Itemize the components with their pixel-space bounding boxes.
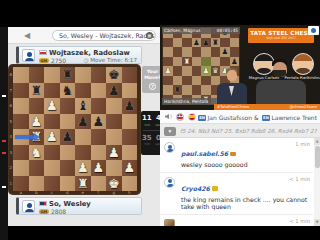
nav-strip-tick xyxy=(2,186,6,188)
square-e6[interactable]: ♝ xyxy=(75,98,91,114)
tata-logo-title: TATA STEEL CHESS xyxy=(248,30,314,36)
boards-menu-icon[interactable]: ▦ xyxy=(146,32,153,39)
white-p-e2[interactable]: ♟ xyxy=(75,160,91,176)
square-c2[interactable] xyxy=(44,160,60,176)
video-square-a4: ♟ xyxy=(163,66,173,76)
white-k-g1[interactable]: ♚ xyxy=(106,176,122,192)
black-r-b7[interactable]: ♜ xyxy=(29,83,45,99)
video-square-b5 xyxy=(173,57,183,67)
black-p-f5[interactable]: ♟ xyxy=(91,114,107,130)
gm-title-badge: GM xyxy=(39,209,49,214)
square-g1[interactable]: ♚ xyxy=(106,176,122,192)
tata-steel-logo: TATA STEEL CHESS WIJK AAN ZEE 2017 xyxy=(248,28,314,43)
black-n-d7[interactable]: ♞ xyxy=(60,83,76,99)
video-piece-br-b2: ♜ xyxy=(173,85,183,95)
speaker-wave-icon: ) xyxy=(170,113,172,119)
square-g5[interactable] xyxy=(106,114,122,130)
usa-flag-icon xyxy=(39,201,47,206)
nav-strip-tick xyxy=(2,95,6,97)
chat-timestamp: 1 min xyxy=(295,141,310,147)
video-square-c3 xyxy=(182,76,192,86)
nav-strip-tick xyxy=(2,152,6,154)
white-p-g3[interactable]: ♟ xyxy=(106,145,122,161)
chat-user-flag-badge xyxy=(230,152,236,157)
white-p-h2[interactable]: ♟ xyxy=(122,160,138,176)
last-move-arrow-head xyxy=(34,133,40,141)
white-p-c6[interactable]: ♟ xyxy=(44,98,60,114)
chat-username[interactable]: paul.sabel.56 xyxy=(181,150,228,157)
video-square-a6 xyxy=(163,47,173,57)
square-a3[interactable] xyxy=(13,145,29,161)
chat-message: 1 minpaul.sabel.56wesley soooo gooood xyxy=(160,138,313,173)
video-piece-bp-g6: ♟ xyxy=(220,47,230,57)
notation-bar: ▾ f5 24. Nb3 Nd7 25. Bxb7 Rdb8 26. Rxd4 … xyxy=(160,124,320,138)
commentator-name-1: Jan Gustafsson & xyxy=(207,114,258,121)
square-b3[interactable]: ♞ xyxy=(29,145,45,161)
commentator-names: ENJan Gustafsson & ENLawrence Trent xyxy=(197,114,317,122)
video-top-player: Carlsen, Magnus xyxy=(164,28,200,33)
square-a7[interactable] xyxy=(13,83,29,99)
scroll-down-icon[interactable]: ▼ xyxy=(314,219,320,226)
video-square-b7 xyxy=(173,38,183,48)
square-c5[interactable] xyxy=(44,114,60,130)
video-square-f7: ♜ xyxy=(211,38,221,48)
square-e4[interactable] xyxy=(75,129,91,145)
square-b2[interactable] xyxy=(29,160,45,176)
square-c4[interactable]: ♟ xyxy=(44,129,60,145)
square-b5[interactable]: ♟ xyxy=(29,114,45,130)
square-b1[interactable] xyxy=(29,176,45,192)
video-square-g6: ♟ xyxy=(220,47,230,57)
video-square-c2 xyxy=(182,85,192,95)
video-piece-bp-h5: ♟ xyxy=(230,57,240,67)
white-n-b3[interactable]: ♞ xyxy=(29,145,45,161)
video-piece-wr-c5: ♜ xyxy=(182,57,192,67)
black-player-name: Wojtaszek, Radoslaw xyxy=(49,49,130,57)
video-square-d3 xyxy=(192,76,202,86)
square-a1[interactable] xyxy=(13,176,29,192)
square-g3[interactable]: ♟ xyxy=(106,145,122,161)
square-h4[interactable] xyxy=(122,129,138,145)
square-d1[interactable] xyxy=(60,176,76,192)
white-r-e1[interactable]: ♜ xyxy=(75,176,91,192)
chat-user-avatar xyxy=(164,177,175,188)
chat-user-avatar xyxy=(164,219,175,227)
square-e8[interactable] xyxy=(75,67,91,83)
video-square-b2: ♜ xyxy=(173,85,183,95)
square-e1[interactable]: ♜ xyxy=(75,176,91,192)
square-h8[interactable] xyxy=(122,67,138,83)
square-c3[interactable] xyxy=(44,145,60,161)
video-piece-bp-d7: ♟ xyxy=(192,38,202,48)
square-f5[interactable]: ♟ xyxy=(91,114,107,130)
video-square-b6 xyxy=(173,47,183,57)
file-labels: abcdefgh xyxy=(13,191,137,195)
video-square-a7 xyxy=(163,38,173,48)
video-square-e3 xyxy=(201,76,211,86)
chat-messages: 1 minpaul.sabel.56wesley soooo gooood < … xyxy=(160,138,313,226)
video-square-c7 xyxy=(182,38,192,48)
video-square-a3 xyxy=(163,76,173,86)
video-square-c4 xyxy=(182,66,192,76)
english-audio-flag[interactable] xyxy=(176,113,184,121)
chat-user-flag-badge xyxy=(212,186,218,191)
clock-bottom-min: 35 xyxy=(142,134,152,142)
video-square-c5: ♜ xyxy=(182,57,192,67)
square-c7[interactable] xyxy=(44,83,60,99)
en-badge-icon: EN xyxy=(198,115,207,121)
square-h2[interactable]: ♟ xyxy=(122,160,138,176)
video-square-a5 xyxy=(163,57,173,67)
chat-text: wesley soooo gooood xyxy=(181,161,310,169)
black-player-rating: 2750 xyxy=(51,57,66,64)
square-d3[interactable] xyxy=(60,145,76,161)
white-p-f2[interactable]: ♟ xyxy=(91,160,107,176)
black-k-g8[interactable]: ♚ xyxy=(106,67,122,83)
video-square-f6 xyxy=(211,47,221,57)
white-p-c4[interactable]: ♟ xyxy=(44,129,60,145)
unit-min-bottom: min xyxy=(145,142,151,146)
square-d2[interactable] xyxy=(60,160,76,176)
video-square-h5: ♟ xyxy=(230,57,240,67)
square-f7[interactable] xyxy=(91,83,107,99)
video-square-g5 xyxy=(220,57,230,67)
square-h6[interactable]: ♟ xyxy=(122,98,138,114)
nav-strip-tick xyxy=(2,140,6,142)
square-h7[interactable] xyxy=(122,83,138,99)
video-square-e2 xyxy=(201,85,211,95)
square-a6[interactable] xyxy=(13,98,29,114)
square-g4[interactable] xyxy=(106,129,122,145)
square-g7[interactable]: ♟ xyxy=(106,83,122,99)
chat-message: < 1 minCryo426the king remains in check … xyxy=(160,173,313,215)
white-player-rating: 2808 xyxy=(51,208,66,215)
chat-timestamp: < 1 min xyxy=(289,218,310,224)
white-p-b5[interactable]: ♟ xyxy=(29,114,45,130)
square-b6[interactable] xyxy=(29,98,45,114)
video-square-g7 xyxy=(220,38,230,48)
square-h1[interactable] xyxy=(122,176,138,192)
square-e7[interactable] xyxy=(75,83,91,99)
black-b-e6[interactable]: ♝ xyxy=(75,98,91,114)
video-square-e5 xyxy=(201,57,211,67)
main-chessboard: 87654321 ♜♚♜♞♟♟♝♟♟♟♟♜♟♟♞♟♟♟♟♜♚ abcdefgh xyxy=(8,64,141,195)
audio-controls-bar: ) ENJan Gustafsson & ENLawrence Trent xyxy=(160,110,320,124)
square-f3[interactable] xyxy=(91,145,107,161)
unit-min-top: min xyxy=(145,123,151,127)
move-time-clock-icon: ◷ xyxy=(84,57,89,63)
video-top-clock: 00:01:45 xyxy=(217,27,238,34)
player-card-black: Wojtaszek, Radoslaw GM2750 ◷ Move Time: … xyxy=(16,46,142,64)
square-f6[interactable] xyxy=(91,98,107,114)
video-bottom-player: Harikrishna, Pentala xyxy=(164,99,208,104)
video-piece-wp-e4: ♟ xyxy=(201,66,211,76)
video-square-d7: ♟ xyxy=(192,38,202,48)
video-square-h6 xyxy=(230,47,240,57)
square-f8[interactable] xyxy=(91,67,107,83)
tata-logo-subtitle: WIJK AAN ZEE 2017 xyxy=(248,36,314,40)
square-b8[interactable] xyxy=(29,67,45,83)
black-p-e5[interactable]: ♟ xyxy=(75,114,91,130)
square-b7[interactable]: ♜ xyxy=(29,83,45,99)
player-card-white: So, Wesley GM2808 xyxy=(16,197,142,215)
gm-title-badge: GM xyxy=(39,58,49,63)
square-d6[interactable] xyxy=(60,98,76,114)
chat-username[interactable]: Cryo426 xyxy=(181,185,210,192)
question-icon: ? xyxy=(149,83,156,90)
square-f2[interactable]: ♟ xyxy=(91,160,107,176)
games-nav-strip[interactable] xyxy=(0,27,8,240)
square-d4[interactable]: ♟ xyxy=(60,129,76,145)
video-square-d6 xyxy=(192,47,202,57)
square-a5[interactable] xyxy=(13,114,29,130)
video-stream[interactable]: ♚♟♟♜♟♜♟♟♟♛♟♜♜♚ Carlsen, Magnus 00:01:45 … xyxy=(160,25,320,110)
video-square-b3 xyxy=(173,76,183,86)
square-g6[interactable] xyxy=(106,98,122,114)
square-h3[interactable] xyxy=(122,145,138,161)
notation-dropdown-button[interactable]: ▾ xyxy=(164,127,176,136)
video-piece-wp-a4: ♟ xyxy=(163,66,173,76)
video-square-a2 xyxy=(163,85,173,95)
prev-game-button[interactable]: ◀ xyxy=(24,31,30,40)
last-move-arrow xyxy=(15,135,34,139)
chat-panel: 1 minpaul.sabel.56wesley soooo gooood < … xyxy=(160,138,320,226)
square-f4[interactable] xyxy=(91,129,107,145)
video-square-d2 xyxy=(192,85,202,95)
chat-user-avatar xyxy=(164,142,175,153)
black-p-h6[interactable]: ♟ xyxy=(122,98,138,114)
spanish-audio-flag[interactable] xyxy=(188,113,196,121)
video-square-e4: ♟ xyxy=(201,66,211,76)
square-c8[interactable] xyxy=(44,67,60,83)
square-e5[interactable]: ♟ xyxy=(75,114,91,130)
square-c6[interactable]: ♟ xyxy=(44,98,60,114)
en-badge-icon: EN xyxy=(262,115,271,121)
video-square-f5 xyxy=(211,57,221,67)
black-p-g7[interactable]: ♟ xyxy=(106,83,122,99)
speaker-icon[interactable] xyxy=(165,114,169,119)
square-g2[interactable] xyxy=(106,160,122,176)
square-a8[interactable] xyxy=(13,67,29,83)
app-window: ◀ So, Wesley - Wojtaszek, Radoslaw ▦ ▶ W… xyxy=(0,0,320,240)
white-player-avatar xyxy=(22,200,35,213)
video-square-d4 xyxy=(192,66,202,76)
video-piece-br-f7: ♜ xyxy=(211,38,221,48)
square-f1[interactable] xyxy=(91,176,107,192)
video-square-d5 xyxy=(192,57,202,67)
square-d5[interactable] xyxy=(60,114,76,130)
game-toolbar: ◀ So, Wesley - Wojtaszek, Radoslaw ▦ ▶ xyxy=(8,27,163,44)
scrollbar-thumb[interactable] xyxy=(315,146,320,168)
video-square-h7 xyxy=(230,38,240,48)
video-square-b4 xyxy=(173,66,183,76)
commentator-lawrence xyxy=(254,59,316,110)
game-title-pill[interactable]: So, Wesley - Wojtaszek, Radoslaw ▦ xyxy=(52,30,156,41)
video-square-e7: ♟ xyxy=(201,38,211,48)
chat-timestamp: < 1 min xyxy=(289,176,310,182)
square-h5[interactable] xyxy=(122,114,138,130)
square-d7[interactable]: ♞ xyxy=(60,83,76,99)
video-square-e6 xyxy=(201,47,211,57)
chat-message: < 1 minFacePalmChessThere is something r… xyxy=(160,215,313,227)
black-p-d4[interactable]: ♟ xyxy=(60,129,76,145)
clock-top-min: 11 xyxy=(142,114,152,122)
game-title: So, Wesley - Wojtaszek, Radoslaw xyxy=(59,32,156,39)
video-board-top-bar: Carlsen, Magnus 00:01:45 xyxy=(162,27,240,34)
move-list[interactable]: f5 24. Nb3 Nd7 25. Bxb7 Rdb8 26. Rxd4 Rx… xyxy=(180,128,317,134)
black-player-avatar xyxy=(22,49,35,62)
video-piece-bp-e7: ♟ xyxy=(201,38,211,48)
square-d8[interactable]: ♜ xyxy=(60,67,76,83)
broadcaster-logo xyxy=(308,26,319,35)
video-square-c6 xyxy=(182,47,192,57)
square-e2[interactable]: ♟ xyxy=(75,160,91,176)
chat-text: the king remains in check .... you canno… xyxy=(181,196,310,211)
commentator-name-2: Lawrence Trent xyxy=(271,114,317,121)
scroll-up-icon[interactable]: ▲ xyxy=(314,138,320,145)
black-move-time: Move Time: 6:17 xyxy=(90,57,137,63)
black-r-d8[interactable]: ♜ xyxy=(60,67,76,83)
chat-scrollbar[interactable]: ▲ ▼ xyxy=(314,138,320,226)
square-e3[interactable] xyxy=(75,145,91,161)
board-squares: ♜♚♜♞♟♟♝♟♟♟♟♜♟♟♞♟♟♟♟♜♚ xyxy=(13,67,137,191)
white-player-name: So, Wesley xyxy=(49,200,91,208)
square-g8[interactable]: ♚ xyxy=(106,67,122,83)
poland-flag-icon xyxy=(39,50,47,55)
square-a2[interactable] xyxy=(13,160,29,176)
square-c1[interactable] xyxy=(44,176,60,192)
